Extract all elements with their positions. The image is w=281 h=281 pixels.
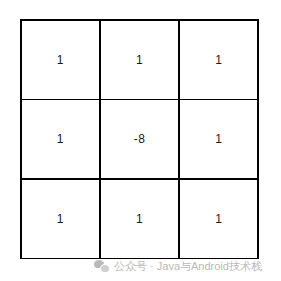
cell-r0-c0: 1 — [22, 21, 100, 99]
cell-r2-c1: 1 — [101, 180, 179, 258]
cell-r1-c2: 1 — [180, 100, 258, 178]
cell-r1-c1: -8 — [101, 100, 179, 178]
cell-r1-c0: 1 — [22, 100, 100, 178]
cell-r2-c2: 1 — [180, 180, 258, 258]
cell-r0-c2: 1 — [180, 21, 258, 99]
watermark: 公众号 · Java与Android技术栈 — [94, 257, 262, 275]
kernel-grid-page: { "game": "number-grid-diagram (3x3 Lapl… — [0, 0, 281, 281]
kernel-grid: 1 1 1 1 -8 1 1 1 1 — [20, 19, 259, 259]
watermark-text: 公众号 · Java与Android技术栈 — [114, 259, 262, 274]
cell-r0-c1: 1 — [101, 21, 179, 99]
cell-r2-c0: 1 — [22, 180, 100, 258]
wechat-icon — [94, 260, 109, 273]
